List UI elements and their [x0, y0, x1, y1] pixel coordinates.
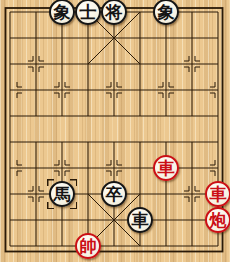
piece-black-general[interactable]: 将 [101, 0, 127, 25]
piece-black-chariot[interactable]: 車 [127, 207, 153, 233]
piece-black-elephant-left[interactable]: 象 [49, 0, 75, 25]
piece-red-general[interactable]: 帥 [75, 233, 101, 259]
xiangqi-board: 象士将象車馬卒車車炮帥 [0, 0, 230, 262]
piece-black-elephant-right[interactable]: 象 [153, 0, 179, 25]
piece-glyph: 車 [132, 211, 149, 228]
piece-black-horse[interactable]: 馬 [49, 181, 75, 207]
piece-glyph: 象 [158, 3, 175, 20]
piece-glyph: 炮 [210, 211, 227, 228]
piece-black-advisor[interactable]: 士 [75, 0, 101, 25]
piece-glyph: 象 [54, 3, 71, 20]
piece-glyph: 士 [80, 3, 97, 20]
piece-red-cannon[interactable]: 炮 [205, 207, 230, 233]
piece-glyph: 馬 [54, 185, 71, 202]
piece-black-pawn[interactable]: 卒 [101, 181, 127, 207]
piece-glyph: 車 [158, 159, 175, 176]
piece-glyph: 将 [106, 3, 123, 20]
piece-red-chariot-a[interactable]: 車 [153, 155, 179, 181]
piece-glyph: 卒 [106, 185, 123, 202]
pieces-layer: 象士将象車馬卒車車炮帥 [0, 0, 230, 259]
piece-glyph: 車 [210, 185, 227, 202]
piece-red-chariot-b[interactable]: 車 [205, 181, 230, 207]
piece-glyph: 帥 [80, 237, 97, 254]
